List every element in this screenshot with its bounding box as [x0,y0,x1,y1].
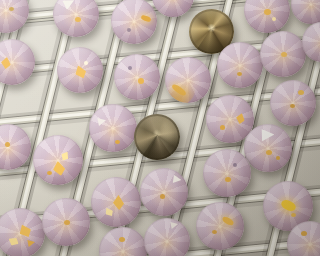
pink-crystal-stone [270,80,316,126]
sparkle-highlight [220,125,225,130]
sparkle-highlight [128,66,132,70]
sparkle-highlight [170,222,178,229]
pink-crystal-stone [99,227,147,256]
pink-crystal-stone [260,31,306,77]
stones-layer [0,0,320,256]
pink-crystal-stone [244,0,290,33]
pink-crystal-stone [0,39,35,85]
pink-crystal-stone [203,149,251,197]
sparkle-highlight [17,222,34,240]
pink-crystal-stone [0,208,45,256]
sparkle-highlight [280,198,297,212]
photo-canvas [0,0,320,256]
pink-crystal-stone [196,202,244,250]
sparkle-highlight [62,0,76,10]
sparkle-highlight [103,206,115,219]
pink-crystal-stone [114,54,160,100]
pink-crystal-stone [244,124,292,172]
sparkle-highlight [115,140,120,144]
sparkle-highlight [9,7,14,11]
pink-crystal-stone [91,177,141,227]
sparkle-highlight [291,213,296,217]
sparkle-highlight [113,195,124,210]
pink-crystal-stone [57,47,103,93]
sparkle-highlight [235,112,247,125]
sparkle-highlight [160,194,165,199]
inverted-olive-foil-stone [134,114,180,160]
sparkle-highlight [225,177,231,182]
sparkle-highlight [171,175,182,186]
sparkle-highlight [27,240,35,247]
sparkle-highlight [138,78,144,84]
sparkle-highlight [119,237,125,242]
tilted-pink-crystal-stone [165,57,211,103]
sparkle-highlight [298,90,304,95]
sparkle-highlight [171,83,188,97]
pink-crystal-stone [140,168,188,216]
sparkle-highlight [259,129,275,143]
sparkle-highlight [221,215,234,226]
pink-crystal-stone [111,0,157,44]
sparkle-highlight [233,163,237,167]
pink-crystal-stone [0,124,31,170]
pink-crystal-stone [89,104,137,152]
sparkle-highlight [64,220,70,225]
sparkle-highlight [281,52,287,57]
sparkle-highlight [52,160,66,177]
pink-crystal-stone [291,0,320,24]
sparkle-highlight [59,150,71,163]
sparkle-highlight [47,171,52,175]
sparkle-highlight [276,156,280,160]
sparkle-highlight [266,150,272,155]
pink-crystal-stone [217,42,263,88]
pink-crystal-stone [152,0,194,17]
pink-crystal-stone [42,198,90,246]
sparkle-highlight [97,118,106,126]
pink-crystal-stone [53,0,99,37]
sparkle-highlight [73,64,88,81]
pink-crystal-stone [33,135,83,185]
sparkle-highlight [6,235,20,248]
sparkle-highlight [212,230,217,234]
sparkle-highlight [84,61,88,65]
sparkle-highlight [272,17,276,21]
sparkle-highlight [290,104,295,108]
sparkle-highlight [5,142,10,147]
pink-crystal-stone [0,0,29,33]
sparkle-highlight [127,28,131,32]
sparkle-highlight [264,9,271,15]
sparkle-highlight [140,14,151,22]
sparkle-highlight [75,17,81,22]
pink-crystal-stone [144,218,190,256]
sparkle-highlight [237,72,242,76]
sparkle-highlight [0,56,12,70]
sparkle-highlight [301,231,307,236]
